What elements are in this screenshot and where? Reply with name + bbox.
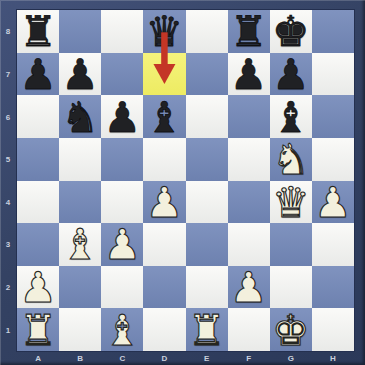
square-g5[interactable]: ♞ — [270, 138, 312, 181]
chess-app-window: ♜♛♜♚♟♟♟♟♞♟♝♝♞♟♛♟♝♟♟♟♜♝♜♚ 87654321ABCDEFG… — [0, 0, 365, 365]
square-a4[interactable] — [17, 181, 59, 224]
square-h6[interactable] — [312, 95, 354, 138]
square-e5[interactable] — [186, 138, 228, 181]
square-f6[interactable] — [228, 95, 270, 138]
square-a3[interactable] — [17, 223, 59, 266]
square-e7[interactable] — [186, 53, 228, 96]
black-knight[interactable]: ♞ — [61, 97, 99, 138]
square-d8[interactable]: ♛ — [143, 10, 185, 53]
square-h1[interactable] — [312, 308, 354, 351]
square-a5[interactable] — [17, 138, 59, 181]
black-pawn[interactable]: ♟ — [230, 54, 268, 95]
white-knight[interactable]: ♞ — [272, 139, 310, 180]
square-d2[interactable] — [143, 266, 185, 309]
file-label-a: A — [35, 354, 41, 363]
black-bishop[interactable]: ♝ — [146, 97, 184, 138]
file-label-f: F — [246, 354, 251, 363]
file-label-e: E — [204, 354, 209, 363]
square-f1[interactable] — [228, 308, 270, 351]
white-pawn[interactable]: ♟ — [230, 267, 268, 308]
white-bishop[interactable]: ♝ — [61, 224, 99, 265]
square-g7[interactable]: ♟ — [270, 53, 312, 96]
square-b7[interactable]: ♟ — [59, 53, 101, 96]
square-e4[interactable] — [186, 181, 228, 224]
square-a7[interactable]: ♟ — [17, 53, 59, 96]
square-g3[interactable] — [270, 223, 312, 266]
square-f5[interactable] — [228, 138, 270, 181]
square-h8[interactable] — [312, 10, 354, 53]
square-g4[interactable]: ♛ — [270, 181, 312, 224]
board: ♜♛♜♚♟♟♟♟♞♟♝♝♞♟♛♟♝♟♟♟♜♝♜♚ — [17, 10, 354, 351]
black-rook[interactable]: ♜ — [19, 11, 57, 52]
square-h4[interactable]: ♟ — [312, 181, 354, 224]
square-g1[interactable]: ♚ — [270, 308, 312, 351]
square-f7[interactable]: ♟ — [228, 53, 270, 96]
rank-label-3: 3 — [6, 240, 10, 249]
square-b8[interactable] — [59, 10, 101, 53]
file-label-h: H — [330, 354, 336, 363]
file-label-g: G — [288, 354, 294, 363]
rank-label-2: 2 — [6, 283, 10, 292]
rank-label-4: 4 — [6, 197, 10, 206]
square-a2[interactable]: ♟ — [17, 266, 59, 309]
square-b2[interactable] — [59, 266, 101, 309]
black-pawn[interactable]: ♟ — [61, 54, 99, 95]
square-c4[interactable] — [101, 181, 143, 224]
rank-label-7: 7 — [6, 69, 10, 78]
square-b1[interactable] — [59, 308, 101, 351]
file-label-d: D — [162, 354, 168, 363]
square-a1[interactable]: ♜ — [17, 308, 59, 351]
square-d1[interactable] — [143, 308, 185, 351]
black-queen[interactable]: ♛ — [146, 11, 184, 52]
square-d3[interactable] — [143, 223, 185, 266]
white-queen[interactable]: ♛ — [272, 182, 310, 223]
square-d4[interactable]: ♟ — [143, 181, 185, 224]
square-e3[interactable] — [186, 223, 228, 266]
square-f8[interactable]: ♜ — [228, 10, 270, 53]
black-bishop[interactable]: ♝ — [272, 97, 310, 138]
white-bishop[interactable]: ♝ — [103, 310, 141, 351]
rank-label-6: 6 — [6, 112, 10, 121]
square-a6[interactable] — [17, 95, 59, 138]
square-g8[interactable]: ♚ — [270, 10, 312, 53]
white-rook[interactable]: ♜ — [19, 310, 57, 351]
rank-label-5: 5 — [6, 155, 10, 164]
square-c1[interactable]: ♝ — [101, 308, 143, 351]
square-g2[interactable] — [270, 266, 312, 309]
black-pawn[interactable]: ♟ — [103, 97, 141, 138]
square-g6[interactable]: ♝ — [270, 95, 312, 138]
square-b5[interactable] — [59, 138, 101, 181]
square-e1[interactable]: ♜ — [186, 308, 228, 351]
square-h3[interactable] — [312, 223, 354, 266]
square-f2[interactable]: ♟ — [228, 266, 270, 309]
square-b3[interactable]: ♝ — [59, 223, 101, 266]
square-b6[interactable]: ♞ — [59, 95, 101, 138]
square-c8[interactable] — [101, 10, 143, 53]
black-pawn[interactable]: ♟ — [19, 54, 57, 95]
file-label-b: B — [77, 354, 83, 363]
square-d5[interactable] — [143, 138, 185, 181]
white-pawn[interactable]: ♟ — [314, 182, 352, 223]
square-e2[interactable] — [186, 266, 228, 309]
file-label-c: C — [119, 354, 125, 363]
white-rook[interactable]: ♜ — [188, 310, 226, 351]
square-f4[interactable] — [228, 181, 270, 224]
square-f3[interactable] — [228, 223, 270, 266]
square-c2[interactable] — [101, 266, 143, 309]
square-c7[interactable] — [101, 53, 143, 96]
square-h5[interactable] — [312, 138, 354, 181]
square-b4[interactable] — [59, 181, 101, 224]
square-d6[interactable]: ♝ — [143, 95, 185, 138]
black-king[interactable]: ♚ — [272, 11, 310, 52]
rank-label-8: 8 — [6, 27, 10, 36]
white-pawn[interactable]: ♟ — [19, 267, 57, 308]
square-h7[interactable] — [312, 53, 354, 96]
square-a8[interactable]: ♜ — [17, 10, 59, 53]
white-pawn[interactable]: ♟ — [103, 224, 141, 265]
black-rook[interactable]: ♜ — [230, 11, 268, 52]
white-pawn[interactable]: ♟ — [146, 182, 184, 223]
square-c6[interactable]: ♟ — [101, 95, 143, 138]
square-e8[interactable] — [186, 10, 228, 53]
square-d7[interactable] — [143, 53, 185, 96]
square-h2[interactable] — [312, 266, 354, 309]
square-c3[interactable]: ♟ — [101, 223, 143, 266]
rank-label-1: 1 — [6, 325, 10, 334]
square-e6[interactable] — [186, 95, 228, 138]
square-c5[interactable] — [101, 138, 143, 181]
black-pawn[interactable]: ♟ — [272, 54, 310, 95]
white-king[interactable]: ♚ — [272, 310, 310, 351]
